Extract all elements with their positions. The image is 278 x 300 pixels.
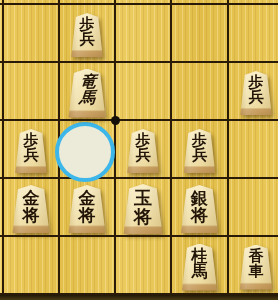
move-highlight-circle[interactable]	[55, 122, 115, 182]
shogi-piece-king[interactable]: 玉将	[122, 184, 165, 234]
piece-kanji: 銀将	[179, 185, 220, 233]
board-square[interactable]	[229, 179, 278, 235]
shogi-piece-silver[interactable]: 銀将	[179, 185, 220, 233]
shogi-piece-pawn[interactable]: 歩兵	[14, 129, 49, 173]
piece-body: 竜馬	[67, 69, 108, 118]
piece-body: 香車	[238, 245, 274, 290]
piece-kanji: 歩兵	[239, 71, 274, 115]
piece-body: 桂馬	[180, 244, 219, 291]
piece-kanji: 歩兵	[182, 129, 217, 173]
board-square[interactable]	[172, 63, 227, 119]
board-square[interactable]	[4, 5, 58, 61]
board-square[interactable]	[116, 63, 170, 119]
board-square[interactable]	[4, 237, 58, 293]
shogi-piece-pawn[interactable]: 歩兵	[70, 13, 105, 57]
board-square[interactable]	[116, 5, 170, 61]
piece-kanji: 金将	[11, 185, 52, 233]
piece-kanji: 歩兵	[14, 129, 49, 173]
piece-kanji: 歩兵	[70, 13, 105, 57]
board-square[interactable]	[4, 63, 58, 119]
piece-kanji: 歩兵	[126, 129, 161, 173]
board-square[interactable]	[116, 237, 170, 293]
shogi-board-view: 歩兵竜馬歩兵歩兵歩兵歩兵金将金将玉将銀将桂馬香車	[0, 0, 278, 300]
shogi-piece-lance[interactable]: 香車	[238, 245, 274, 290]
board-square[interactable]	[229, 5, 278, 61]
board-star-point	[111, 116, 120, 125]
piece-kanji: 香車	[238, 245, 274, 290]
shogi-piece-pawn[interactable]: 歩兵	[182, 129, 217, 173]
board-square[interactable]	[229, 121, 278, 177]
piece-body: 金将	[67, 185, 108, 233]
piece-kanji: 玉将	[122, 184, 165, 234]
piece-body: 金将	[11, 185, 52, 233]
piece-kanji: 桂馬	[180, 244, 219, 291]
piece-body: 歩兵	[126, 129, 161, 173]
board-bottom-edge	[0, 295, 278, 300]
piece-body: 銀将	[179, 185, 220, 233]
shogi-piece-gold[interactable]: 金将	[67, 185, 108, 233]
shogi-piece-pawn[interactable]: 歩兵	[126, 129, 161, 173]
board-square[interactable]	[172, 5, 227, 61]
piece-body: 歩兵	[70, 13, 105, 57]
board-square[interactable]	[60, 237, 114, 293]
shogi-piece-knight[interactable]: 桂馬	[180, 244, 219, 291]
piece-body: 歩兵	[14, 129, 49, 173]
shogi-piece-pawn[interactable]: 歩兵	[239, 71, 274, 115]
shogi-piece-gold[interactable]: 金将	[11, 185, 52, 233]
shogi-piece-horse[interactable]: 竜馬	[67, 69, 108, 118]
piece-body: 歩兵	[239, 71, 274, 115]
piece-body: 歩兵	[182, 129, 217, 173]
piece-kanji: 竜馬	[64, 68, 109, 118]
piece-body: 玉将	[122, 184, 165, 234]
piece-kanji: 金将	[67, 185, 108, 233]
